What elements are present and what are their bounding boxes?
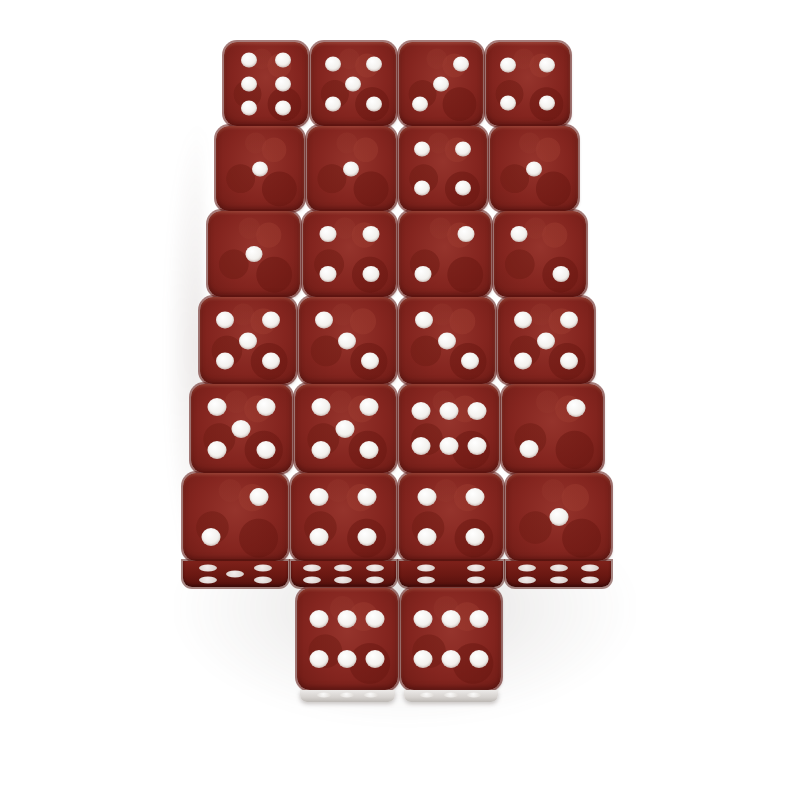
pip: [520, 440, 539, 458]
pip: [317, 692, 331, 697]
die-r1c2-showing-5: [311, 42, 395, 126]
pip: [262, 311, 280, 328]
die-r3c3-showing-2: [399, 211, 491, 297]
pip: [560, 311, 578, 328]
pip: [414, 141, 430, 156]
pip: [362, 226, 379, 242]
pip: [550, 576, 568, 583]
dice-row-3: [208, 211, 586, 297]
pip: [500, 96, 516, 111]
pip: [241, 53, 257, 68]
dice-row-1: [224, 42, 570, 126]
die-r1c4-showing-4: [486, 42, 570, 126]
die-r5c2-showing-5: [295, 384, 396, 473]
pip: [439, 402, 458, 420]
pip: [433, 77, 449, 92]
pip: [412, 97, 428, 112]
pip: [275, 53, 291, 68]
pip: [358, 528, 377, 546]
pip: [560, 353, 578, 370]
pip: [550, 565, 568, 572]
pip: [537, 332, 555, 349]
pip: [415, 266, 432, 282]
pip: [566, 399, 585, 417]
pip: [420, 692, 434, 697]
die-r1c3-showing-3: [399, 42, 483, 126]
pip: [469, 650, 488, 668]
pip: [275, 77, 291, 92]
pip: [465, 488, 484, 506]
pip: [441, 610, 460, 628]
pip: [455, 181, 471, 196]
front-face-c4: [506, 561, 611, 587]
pip: [358, 488, 377, 506]
die-r4c2-showing-3: [299, 297, 395, 384]
pip: [246, 246, 263, 262]
pip: [208, 398, 227, 416]
die-front-pair-1-showing-6: [297, 588, 398, 690]
pip: [455, 141, 471, 156]
pip: [549, 508, 568, 526]
die-r6c2-showing-4: [291, 473, 396, 561]
die-r5c4-showing-2: [502, 384, 603, 473]
pip: [310, 610, 329, 628]
pip: [338, 332, 356, 349]
pip: [411, 402, 430, 420]
pip: [241, 77, 257, 92]
pip: [553, 266, 570, 282]
pip: [320, 266, 337, 282]
pip: [500, 57, 516, 72]
pip: [310, 528, 329, 546]
pip: [467, 692, 481, 697]
pip: [310, 650, 329, 668]
pip: [325, 56, 341, 71]
pip: [417, 576, 435, 583]
pip: [461, 353, 479, 370]
pip: [465, 528, 484, 546]
pip: [467, 576, 485, 583]
front-face-c1: [183, 561, 288, 587]
pip: [343, 161, 359, 176]
dice-row-2: [216, 126, 578, 211]
front-pair-row: [297, 588, 501, 690]
front-pair-bottom-edge: [404, 690, 499, 702]
pip: [303, 576, 321, 583]
pip: [241, 100, 257, 115]
pip: [366, 97, 382, 112]
pip: [366, 56, 382, 71]
pip: [514, 353, 532, 370]
pip: [325, 97, 341, 112]
pip: [232, 420, 251, 438]
pip: [467, 565, 485, 572]
pip: [366, 565, 384, 572]
pip: [413, 650, 432, 668]
pip: [199, 576, 217, 583]
pip: [360, 398, 379, 416]
die-r5c3-showing-6: [399, 384, 500, 473]
pip: [539, 57, 555, 72]
front-pair-bottom-edge: [300, 690, 395, 702]
die-r2c2-showing-1: [307, 126, 395, 211]
pip: [262, 353, 280, 370]
block-front-faces: [183, 561, 611, 587]
pip: [510, 226, 527, 242]
pip: [360, 441, 379, 459]
die-r4c1-showing-5: [200, 297, 296, 384]
die-front-pair-2-showing-6: [401, 588, 502, 690]
pip: [320, 226, 337, 242]
pip: [366, 610, 385, 628]
die-r5c1-showing-5: [191, 384, 292, 473]
pip: [539, 96, 555, 111]
pip: [514, 311, 532, 328]
pip: [216, 353, 234, 370]
pip: [345, 77, 361, 92]
die-r6c4-showing-1: [506, 473, 611, 561]
pip: [413, 610, 432, 628]
pip: [366, 650, 385, 668]
pip: [417, 488, 436, 506]
pip: [581, 565, 599, 572]
pip: [226, 571, 244, 578]
die-r3c2-showing-4: [303, 211, 395, 297]
pip: [250, 488, 269, 506]
pip: [252, 161, 268, 176]
die-r2c3-showing-4: [399, 126, 487, 211]
pip: [439, 437, 458, 455]
die-r6c1-showing-2: [183, 473, 288, 561]
die-r4c3-showing-3: [399, 297, 495, 384]
pip: [340, 692, 354, 697]
die-r3c4-showing-2: [494, 211, 586, 297]
pip: [275, 100, 291, 115]
pip: [414, 181, 430, 196]
pip: [334, 576, 352, 583]
pip: [468, 437, 487, 455]
pip: [256, 398, 275, 416]
pip: [338, 610, 357, 628]
pip: [526, 161, 542, 176]
front-face-c3: [399, 561, 504, 587]
pip: [315, 311, 333, 328]
dice-photo-scene: [0, 0, 800, 800]
pip: [438, 332, 456, 349]
dice-row-6: [183, 473, 611, 561]
pip: [202, 528, 221, 546]
pip: [256, 441, 275, 459]
pip: [417, 528, 436, 546]
pip: [415, 311, 433, 328]
pip: [311, 398, 330, 416]
pip: [518, 565, 536, 572]
pip: [453, 56, 469, 71]
pip: [199, 565, 217, 572]
pip: [581, 576, 599, 583]
front-face-c2: [291, 561, 396, 587]
die-r3c1-showing-1: [208, 211, 300, 297]
pip: [444, 692, 458, 697]
pip: [254, 565, 272, 572]
pip: [469, 610, 488, 628]
pip: [362, 266, 379, 282]
pip: [417, 565, 435, 572]
die-r1c1-showing-6: [224, 42, 308, 126]
pip: [336, 420, 355, 438]
dice-row-4: [200, 297, 594, 384]
pip: [239, 332, 257, 349]
pip: [254, 576, 272, 583]
die-r6c3-showing-4: [399, 473, 504, 561]
pip: [411, 437, 430, 455]
pip: [311, 441, 330, 459]
pip: [366, 576, 384, 583]
pip: [364, 692, 378, 697]
die-r4c4-showing-5: [498, 297, 594, 384]
die-r2c4-showing-1: [490, 126, 578, 211]
pip: [441, 650, 460, 668]
pip: [338, 650, 357, 668]
pip: [518, 576, 536, 583]
pip: [334, 565, 352, 572]
pip: [216, 311, 234, 328]
die-r2c1-showing-1: [216, 126, 304, 211]
pip: [361, 353, 379, 370]
pip: [303, 565, 321, 572]
pip: [208, 441, 227, 459]
pip: [468, 402, 487, 420]
pip: [310, 488, 329, 506]
dice-row-5: [191, 384, 603, 473]
pip: [457, 226, 474, 242]
